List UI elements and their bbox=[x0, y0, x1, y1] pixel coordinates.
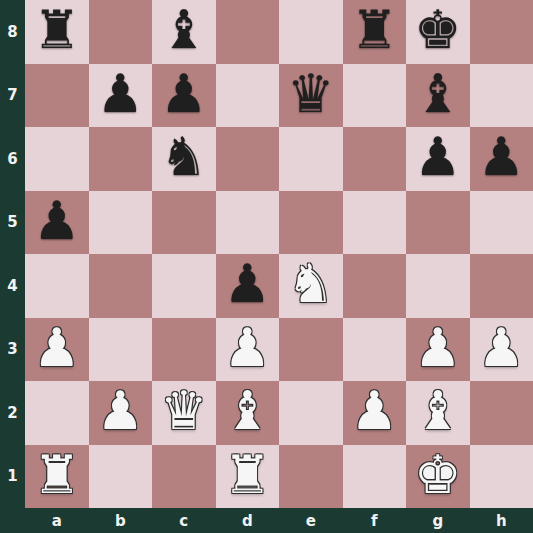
piece-white-bishop[interactable]: ♝ bbox=[223, 384, 271, 437]
square-d8[interactable] bbox=[216, 0, 280, 64]
square-a2[interactable] bbox=[25, 381, 89, 445]
square-h5[interactable] bbox=[470, 191, 533, 255]
file-label-f: f bbox=[343, 508, 407, 533]
square-f2[interactable]: ♟ bbox=[343, 381, 407, 445]
square-d5[interactable] bbox=[216, 191, 280, 255]
square-d3[interactable]: ♟ bbox=[216, 318, 280, 382]
piece-black-pawn[interactable]: ♟ bbox=[414, 130, 462, 183]
square-g3[interactable]: ♟ bbox=[406, 318, 470, 382]
rank-label-7: 7 bbox=[0, 64, 25, 128]
square-c1[interactable] bbox=[152, 445, 216, 509]
square-g7[interactable]: ♝ bbox=[406, 64, 470, 128]
square-b7[interactable]: ♟ bbox=[89, 64, 153, 128]
square-g8[interactable]: ♚ bbox=[406, 0, 470, 64]
square-d7[interactable] bbox=[216, 64, 280, 128]
piece-black-king[interactable]: ♚ bbox=[414, 3, 462, 56]
square-d4[interactable]: ♟ bbox=[216, 254, 280, 318]
square-g5[interactable] bbox=[406, 191, 470, 255]
piece-black-rook[interactable]: ♜ bbox=[33, 3, 81, 56]
square-c2[interactable]: ♛ bbox=[152, 381, 216, 445]
rank-label-2: 2 bbox=[0, 381, 25, 445]
rank-label-3: 3 bbox=[0, 318, 25, 382]
piece-black-knight[interactable]: ♞ bbox=[160, 130, 208, 183]
rank-label-6: 6 bbox=[0, 127, 25, 191]
square-b3[interactable] bbox=[89, 318, 153, 382]
square-h3[interactable]: ♟ bbox=[470, 318, 533, 382]
square-c5[interactable] bbox=[152, 191, 216, 255]
square-e8[interactable] bbox=[279, 0, 343, 64]
rank-label-1: 1 bbox=[0, 445, 25, 509]
piece-white-pawn[interactable]: ♟ bbox=[223, 321, 271, 374]
square-f5[interactable] bbox=[343, 191, 407, 255]
piece-black-bishop[interactable]: ♝ bbox=[160, 3, 208, 56]
piece-white-king[interactable]: ♚ bbox=[414, 448, 462, 501]
square-c6[interactable]: ♞ bbox=[152, 127, 216, 191]
square-e6[interactable] bbox=[279, 127, 343, 191]
square-g2[interactable]: ♝ bbox=[406, 381, 470, 445]
piece-white-rook[interactable]: ♜ bbox=[33, 448, 81, 501]
piece-white-pawn[interactable]: ♟ bbox=[350, 384, 398, 437]
piece-white-pawn[interactable]: ♟ bbox=[33, 321, 81, 374]
piece-white-bishop[interactable]: ♝ bbox=[414, 384, 462, 437]
file-label-d: d bbox=[216, 508, 280, 533]
square-d6[interactable] bbox=[216, 127, 280, 191]
square-a4[interactable] bbox=[25, 254, 89, 318]
square-a5[interactable]: ♟ bbox=[25, 191, 89, 255]
square-a1[interactable]: ♜ bbox=[25, 445, 89, 509]
piece-white-knight[interactable]: ♞ bbox=[287, 257, 335, 310]
square-b8[interactable] bbox=[89, 0, 153, 64]
piece-black-pawn[interactable]: ♟ bbox=[33, 194, 81, 247]
square-b6[interactable] bbox=[89, 127, 153, 191]
square-c4[interactable] bbox=[152, 254, 216, 318]
square-a8[interactable]: ♜ bbox=[25, 0, 89, 64]
square-b1[interactable] bbox=[89, 445, 153, 509]
square-g4[interactable] bbox=[406, 254, 470, 318]
square-h4[interactable] bbox=[470, 254, 533, 318]
piece-white-rook[interactable]: ♜ bbox=[223, 448, 271, 501]
piece-white-pawn[interactable]: ♟ bbox=[96, 384, 144, 437]
square-b5[interactable] bbox=[89, 191, 153, 255]
square-f1[interactable] bbox=[343, 445, 407, 509]
square-a3[interactable]: ♟ bbox=[25, 318, 89, 382]
square-g1[interactable]: ♚ bbox=[406, 445, 470, 509]
square-g6[interactable]: ♟ bbox=[406, 127, 470, 191]
square-f3[interactable] bbox=[343, 318, 407, 382]
piece-black-queen[interactable]: ♛ bbox=[287, 67, 335, 120]
piece-black-pawn[interactable]: ♟ bbox=[96, 67, 144, 120]
piece-white-pawn[interactable]: ♟ bbox=[414, 321, 462, 374]
square-b4[interactable] bbox=[89, 254, 153, 318]
square-h1[interactable] bbox=[470, 445, 533, 509]
square-c8[interactable]: ♝ bbox=[152, 0, 216, 64]
piece-white-queen[interactable]: ♛ bbox=[160, 384, 208, 437]
square-f4[interactable] bbox=[343, 254, 407, 318]
rank-label-5: 5 bbox=[0, 191, 25, 255]
square-e1[interactable] bbox=[279, 445, 343, 509]
square-h7[interactable] bbox=[470, 64, 533, 128]
square-b2[interactable]: ♟ bbox=[89, 381, 153, 445]
square-e2[interactable] bbox=[279, 381, 343, 445]
piece-black-bishop[interactable]: ♝ bbox=[414, 67, 462, 120]
square-e3[interactable] bbox=[279, 318, 343, 382]
piece-black-rook[interactable]: ♜ bbox=[350, 3, 398, 56]
board-corner bbox=[0, 508, 25, 533]
square-h2[interactable] bbox=[470, 381, 533, 445]
square-d2[interactable]: ♝ bbox=[216, 381, 280, 445]
square-d1[interactable]: ♜ bbox=[216, 445, 280, 509]
file-label-c: c bbox=[152, 508, 216, 533]
piece-black-pawn[interactable]: ♟ bbox=[477, 130, 525, 183]
chess-board: 8♜♝♜♚7♟♟♛♝6♞♟♟5♟4♟♞3♟♟♟♟2♟♛♝♟♝1♜♜♚abcdef… bbox=[0, 0, 533, 533]
file-label-b: b bbox=[89, 508, 153, 533]
file-label-g: g bbox=[406, 508, 470, 533]
square-a7[interactable] bbox=[25, 64, 89, 128]
square-h6[interactable]: ♟ bbox=[470, 127, 533, 191]
file-label-e: e bbox=[279, 508, 343, 533]
square-h8[interactable] bbox=[470, 0, 533, 64]
file-label-h: h bbox=[470, 508, 533, 533]
piece-black-pawn[interactable]: ♟ bbox=[223, 257, 271, 310]
file-label-a: a bbox=[25, 508, 89, 533]
square-e4[interactable]: ♞ bbox=[279, 254, 343, 318]
piece-white-pawn[interactable]: ♟ bbox=[477, 321, 525, 374]
square-c7[interactable]: ♟ bbox=[152, 64, 216, 128]
square-f7[interactable] bbox=[343, 64, 407, 128]
square-f8[interactable]: ♜ bbox=[343, 0, 407, 64]
piece-black-pawn[interactable]: ♟ bbox=[160, 67, 208, 120]
rank-label-4: 4 bbox=[0, 254, 25, 318]
rank-label-8: 8 bbox=[0, 0, 25, 64]
square-c3[interactable] bbox=[152, 318, 216, 382]
square-e7[interactable]: ♛ bbox=[279, 64, 343, 128]
square-f6[interactable] bbox=[343, 127, 407, 191]
square-a6[interactable] bbox=[25, 127, 89, 191]
square-e5[interactable] bbox=[279, 191, 343, 255]
